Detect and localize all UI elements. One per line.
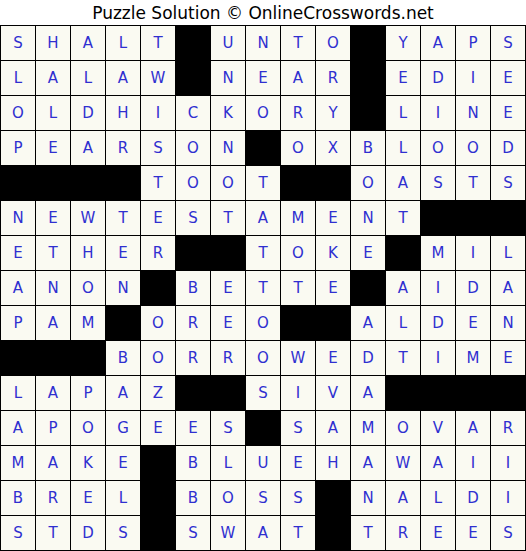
letter-cell: A [71,26,105,60]
letter-cell: E [316,271,350,305]
letter-cell: E [491,96,525,130]
letter-cell: L [1,376,35,410]
letter-cell: T [246,271,280,305]
letter-cell: E [386,61,420,95]
letter-cell: O [246,306,280,340]
letter-cell: H [106,96,140,130]
letter-cell: M [1,446,35,480]
letter-cell: A [351,446,385,480]
letter-cell: T [141,166,175,200]
letter-cell: M [456,341,490,375]
letter-cell: K [211,96,245,130]
letter-cell: V [316,376,350,410]
letter-cell: A [36,446,70,480]
letter-cell: P [36,411,70,445]
letter-cell: N [491,306,525,340]
black-cell [141,481,175,515]
letter-cell: N [456,96,490,130]
letter-cell: D [71,96,105,130]
letter-cell: I [141,96,175,130]
letter-cell: O [281,236,315,270]
black-cell [351,26,385,60]
letter-cell: A [456,411,490,445]
letter-cell: T [211,201,245,235]
black-cell [71,341,105,375]
letter-cell: L [211,446,245,480]
letter-cell: E [316,201,350,235]
black-cell [386,376,420,410]
black-cell [176,376,210,410]
letter-cell: T [141,26,175,60]
letter-cell: K [316,236,350,270]
letter-cell: E [456,306,490,340]
letter-cell: T [281,26,315,60]
letter-cell: B [176,271,210,305]
letter-cell: L [1,61,35,95]
letter-cell: K [71,446,105,480]
letter-cell: U [211,26,245,60]
letter-cell: O [316,26,350,60]
letter-cell: T [106,201,140,235]
letter-cell: I [421,271,455,305]
letter-cell: D [421,61,455,95]
letter-cell: O [246,96,280,130]
letter-cell: S [281,411,315,445]
letter-cell: A [421,446,455,480]
letter-cell: A [71,131,105,165]
letter-cell: T [351,516,385,550]
letter-cell: S [176,201,210,235]
black-cell [351,61,385,95]
letter-cell: H [71,236,105,270]
letter-cell: E [491,61,525,95]
letter-cell: N [106,271,140,305]
letter-cell: O [176,131,210,165]
black-cell [421,201,455,235]
letter-cell: M [71,306,105,340]
letter-cell: O [176,166,210,200]
letter-cell: A [351,376,385,410]
letter-cell: N [211,61,245,95]
letter-cell: D [491,131,525,165]
letter-cell: E [36,131,70,165]
letter-cell: S [1,26,35,60]
black-cell [71,166,105,200]
letter-cell: L [386,306,420,340]
letter-cell: O [456,131,490,165]
letter-cell: B [176,481,210,515]
letter-cell: L [36,96,70,130]
black-cell [281,306,315,340]
letter-cell: L [386,96,420,130]
letter-cell: I [456,61,490,95]
letter-cell: P [71,376,105,410]
black-cell [36,341,70,375]
letter-cell: T [386,201,420,235]
letter-cell: T [36,516,70,550]
letter-cell: T [36,236,70,270]
letter-cell: E [71,481,105,515]
letter-cell: R [386,516,420,550]
letter-cell: I [491,481,525,515]
letter-cell: P [1,131,35,165]
letter-cell: I [456,236,490,270]
letter-cell: E [141,411,175,445]
letter-cell: W [211,516,245,550]
letter-cell: O [1,96,35,130]
letter-cell: L [386,131,420,165]
letter-cell: N [246,26,280,60]
black-cell [141,446,175,480]
letter-cell: A [316,411,350,445]
letter-cell: B [351,131,385,165]
letter-cell: T [281,271,315,305]
letter-cell: A [1,411,35,445]
letter-cell: E [1,236,35,270]
letter-cell: I [421,96,455,130]
letter-cell: V [421,411,455,445]
black-cell [246,411,280,445]
black-cell [316,306,350,340]
letter-cell: A [106,61,140,95]
black-cell [176,236,210,270]
letter-cell: O [246,341,280,375]
letter-cell: Y [316,96,350,130]
letter-cell: B [1,481,35,515]
letter-cell: O [281,131,315,165]
letter-cell: U [246,446,280,480]
letter-cell: S [106,516,140,550]
letter-cell: A [36,376,70,410]
black-cell [491,376,525,410]
black-cell [421,376,455,410]
black-cell [351,96,385,130]
letter-cell: R [316,61,350,95]
letter-cell: M [421,236,455,270]
letter-cell: S [491,516,525,550]
black-cell [211,376,245,410]
letter-cell: Y [386,26,420,60]
letter-cell: A [246,201,280,235]
letter-cell: A [421,26,455,60]
black-cell [36,166,70,200]
letter-cell: D [71,516,105,550]
letter-cell: H [36,26,70,60]
letter-cell: X [316,131,350,165]
letter-cell: A [36,61,70,95]
letter-cell: S [491,166,525,200]
letter-cell: O [421,131,455,165]
letter-cell: D [456,481,490,515]
letter-cell: D [351,341,385,375]
letter-cell: S [1,516,35,550]
black-cell [456,201,490,235]
letter-cell: E [351,236,385,270]
black-cell [106,306,140,340]
letter-cell: I [491,446,525,480]
black-cell [456,376,490,410]
black-cell [316,166,350,200]
letter-cell: E [316,341,350,375]
letter-cell: D [421,306,455,340]
letter-cell: T [386,341,420,375]
letter-cell: W [71,201,105,235]
letter-cell: S [491,26,525,60]
black-cell [176,61,210,95]
letter-cell: S [141,131,175,165]
letter-cell: O [141,341,175,375]
letter-cell: W [141,61,175,95]
black-cell [386,236,420,270]
letter-cell: E [421,516,455,550]
letter-cell: L [106,481,140,515]
letter-cell: Z [141,376,175,410]
letter-cell: B [106,341,140,375]
letter-cell: R [211,341,245,375]
crossword-grid: SHALTUNTOYAPSLALAWNEAREDIEOLDHICKORYLINE… [0,25,526,551]
black-cell [351,271,385,305]
puzzle-solution-page: Puzzle Solution © OnlineCrosswords.net S… [0,0,526,551]
black-cell [246,131,280,165]
letter-cell: A [106,376,140,410]
black-cell [316,516,350,550]
black-cell [176,26,210,60]
letter-cell: P [456,26,490,60]
letter-cell: O [141,306,175,340]
letter-cell: R [36,481,70,515]
black-cell [141,271,175,305]
letter-cell: G [106,411,140,445]
letter-cell: E [176,411,210,445]
page-title: Puzzle Solution © OnlineCrosswords.net [0,0,526,25]
letter-cell: R [491,411,525,445]
letter-cell: S [246,376,280,410]
letter-cell: H [316,446,350,480]
letter-cell: T [246,166,280,200]
letter-cell: S [281,481,315,515]
letter-cell: I [421,341,455,375]
letter-cell: S [246,481,280,515]
letter-cell: E [106,236,140,270]
black-cell [491,201,525,235]
letter-cell: O [351,166,385,200]
letter-cell: A [36,306,70,340]
letter-cell: A [386,271,420,305]
letter-cell: W [281,341,315,375]
letter-cell: E [456,516,490,550]
letter-cell: A [246,516,280,550]
black-cell [316,481,350,515]
letter-cell: C [176,96,210,130]
letter-cell: E [281,446,315,480]
letter-cell: E [246,61,280,95]
letter-cell: E [491,341,525,375]
black-cell [281,166,315,200]
letter-cell: R [106,131,140,165]
letter-cell: E [106,446,140,480]
letter-cell: E [36,201,70,235]
letter-cell: R [141,236,175,270]
black-cell [141,516,175,550]
letter-cell: R [176,306,210,340]
letter-cell: W [386,446,420,480]
letter-cell: N [36,271,70,305]
letter-cell: S [211,411,245,445]
letter-cell: E [211,271,245,305]
letter-cell: L [491,236,525,270]
letter-cell: A [491,271,525,305]
letter-cell: S [421,166,455,200]
letter-cell: B [176,446,210,480]
letter-cell: L [106,26,140,60]
letter-cell: A [386,481,420,515]
letter-cell: L [71,61,105,95]
letter-cell: I [456,446,490,480]
black-cell [211,236,245,270]
letter-cell: O [211,166,245,200]
letter-cell: O [211,481,245,515]
letter-cell: T [281,516,315,550]
letter-cell: S [176,516,210,550]
letter-cell: M [281,201,315,235]
letter-cell: R [281,96,315,130]
letter-cell: T [246,236,280,270]
letter-cell: O [71,411,105,445]
letter-cell: L [421,481,455,515]
letter-cell: A [281,61,315,95]
letter-cell: N [351,201,385,235]
letter-cell: D [456,271,490,305]
letter-cell: N [211,131,245,165]
letter-cell: R [176,341,210,375]
letter-cell: E [211,306,245,340]
letter-cell: A [1,271,35,305]
letter-cell: N [351,481,385,515]
black-cell [1,341,35,375]
black-cell [106,166,140,200]
black-cell [1,166,35,200]
letter-cell: N [1,201,35,235]
letter-cell: A [386,166,420,200]
letter-cell: M [351,411,385,445]
letter-cell: P [1,306,35,340]
letter-cell: A [351,306,385,340]
letter-cell: T [456,166,490,200]
letter-cell: O [71,271,105,305]
letter-cell: E [141,201,175,235]
letter-cell: I [281,376,315,410]
letter-cell: O [386,411,420,445]
